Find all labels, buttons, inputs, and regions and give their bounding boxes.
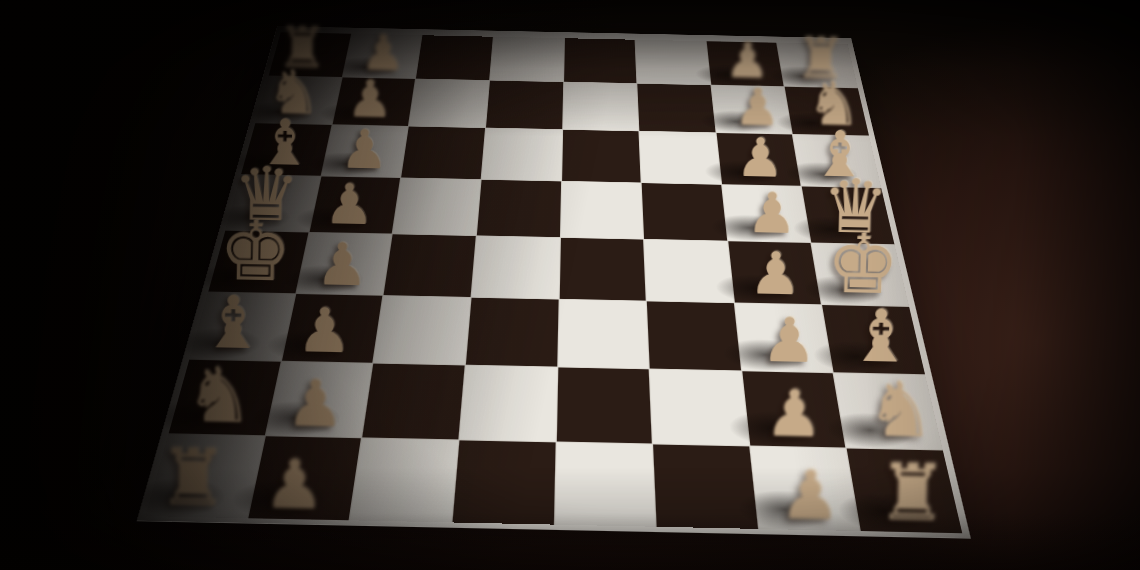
- square-d4[interactable]: [477, 180, 561, 237]
- square-d6[interactable]: [642, 183, 727, 240]
- square-b5[interactable]: [563, 82, 639, 131]
- square-a5[interactable]: [564, 38, 637, 83]
- square-g8[interactable]: ♞: [834, 373, 942, 449]
- square-c5[interactable]: [562, 130, 641, 183]
- square-f5[interactable]: [558, 300, 649, 369]
- photo-stage: ♜♟♟♜♞♟♟♞♝♟♟♝♛♟♟♛♚♟♟♚♝♟♟♝♞♟♟♞♜♟♟♜ Hand-ca…: [0, 0, 1140, 570]
- square-b3[interactable]: [409, 79, 489, 127]
- board-surface: ♜♟♟♜♞♟♟♞♝♟♟♝♛♟♟♛♚♟♟♚♝♟♟♝♞♟♟♞♜♟♟♜: [137, 26, 971, 538]
- piece-white-pawn[interactable]: ♟: [286, 371, 345, 437]
- square-d3[interactable]: [393, 178, 481, 235]
- square-h4[interactable]: [452, 440, 555, 524]
- chessboard-grid: ♜♟♟♜♞♟♟♞♝♟♟♝♛♟♟♛♚♟♟♚♝♟♟♝♞♟♟♞♜♟♟♜: [146, 32, 963, 533]
- piece-white-pawn[interactable]: ♟: [296, 300, 352, 363]
- square-c3[interactable]: [401, 127, 485, 180]
- square-d7[interactable]: ♟: [722, 185, 811, 243]
- piece-black-pawn[interactable]: ♟: [735, 131, 784, 186]
- chessboard: ♜♟♟♜♞♟♟♞♝♟♟♝♛♟♟♛♚♟♟♚♝♟♟♝♞♟♟♞♜♟♟♜: [137, 26, 971, 538]
- square-f4[interactable]: [466, 298, 558, 367]
- square-c7[interactable]: ♟: [716, 133, 801, 186]
- square-g7[interactable]: ♟: [742, 371, 846, 447]
- square-g3[interactable]: [362, 364, 464, 440]
- square-a3[interactable]: [416, 35, 493, 80]
- square-h2[interactable]: ♟: [248, 436, 361, 520]
- square-g2[interactable]: ♟: [266, 362, 373, 438]
- square-e2[interactable]: ♟: [296, 233, 392, 296]
- square-d5[interactable]: [560, 181, 643, 238]
- piece-black-pawn[interactable]: ♟: [779, 461, 842, 531]
- piece-black-rook[interactable]: ♜: [875, 453, 947, 532]
- piece-white-pawn[interactable]: ♟: [340, 122, 389, 177]
- square-e3[interactable]: [384, 234, 476, 297]
- square-c2[interactable]: ♟: [321, 125, 408, 178]
- piece-black-pawn[interactable]: ♟: [746, 185, 798, 242]
- square-f3[interactable]: [374, 296, 471, 365]
- square-g1[interactable]: ♞: [169, 360, 281, 436]
- square-h8[interactable]: ♜: [847, 449, 962, 534]
- square-c6[interactable]: [640, 131, 721, 184]
- square-f2[interactable]: ♟: [282, 294, 383, 363]
- square-e6[interactable]: [644, 240, 733, 303]
- square-h3[interactable]: [350, 438, 458, 522]
- square-g4[interactable]: [459, 366, 556, 442]
- piece-black-pawn[interactable]: ♟: [764, 381, 824, 447]
- piece-white-rook[interactable]: ♜: [157, 438, 228, 517]
- square-e4[interactable]: [471, 236, 559, 299]
- square-b4[interactable]: [486, 81, 563, 130]
- piece-black-knight[interactable]: ♞: [865, 372, 936, 450]
- square-d2[interactable]: ♟: [309, 176, 400, 233]
- piece-black-pawn[interactable]: ♟: [748, 244, 802, 304]
- square-g5[interactable]: [556, 367, 652, 443]
- piece-white-bishop[interactable]: ♝: [200, 286, 266, 360]
- piece-white-knight[interactable]: ♞: [185, 357, 255, 435]
- square-c4[interactable]: [481, 128, 561, 181]
- table-scene: ♜♟♟♜♞♟♟♞♝♟♟♝♛♟♟♛♚♟♟♚♝♟♟♝♞♟♟♞♜♟♟♜: [0, 0, 1140, 570]
- piece-white-pawn[interactable]: ♟: [315, 235, 369, 295]
- piece-white-pawn[interactable]: ♟: [263, 450, 326, 520]
- piece-black-bishop[interactable]: ♝: [847, 300, 914, 374]
- square-h5[interactable]: [555, 442, 656, 526]
- square-e5[interactable]: [559, 238, 646, 301]
- piece-black-pawn[interactable]: ♟: [761, 309, 818, 372]
- square-a4[interactable]: [490, 37, 564, 82]
- piece-white-pawn[interactable]: ♟: [323, 176, 374, 233]
